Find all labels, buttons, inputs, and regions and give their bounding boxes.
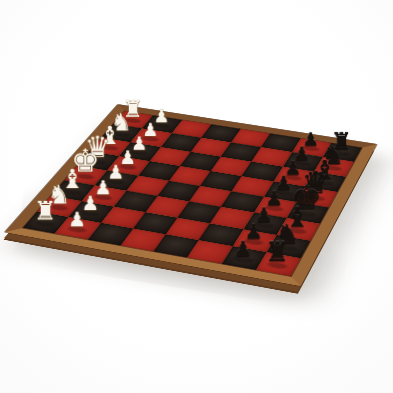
photo-scene: ♜♟♟♜♞♟♟♞♝♟♟♝♛♟♟♛♚♟♟♚♝♟♟♝♞♟♟♞♜♟♟♜ bbox=[0, 0, 393, 393]
black-pawn[interactable]: ♟ bbox=[234, 239, 252, 260]
white-pawn[interactable]: ♟ bbox=[68, 210, 86, 230]
white-rook[interactable]: ♜ bbox=[33, 198, 56, 224]
black-rook[interactable]: ♜ bbox=[265, 238, 289, 265]
